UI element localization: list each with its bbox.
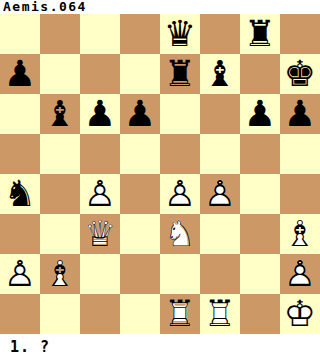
square-c5[interactable]: [80, 134, 120, 174]
square-c1[interactable]: [80, 294, 120, 334]
piece-outline: ♙: [0, 254, 40, 294]
piece-white-rook: ♜♖: [200, 294, 240, 334]
square-d2[interactable]: [120, 254, 160, 294]
piece-white-knight: ♞♘: [160, 214, 200, 254]
piece-white-pawn: ♟♙: [80, 174, 120, 214]
square-b5[interactable]: [40, 134, 80, 174]
square-h5[interactable]: [280, 134, 320, 174]
square-h6[interactable]: ♟: [280, 94, 320, 134]
move-prompt: 1. ?: [0, 334, 320, 360]
square-d8[interactable]: [120, 14, 160, 54]
square-a1[interactable]: [0, 294, 40, 334]
square-c3[interactable]: ♛♕: [80, 214, 120, 254]
piece-black-knight: ♞: [0, 174, 40, 214]
square-e3[interactable]: ♞♘: [160, 214, 200, 254]
square-b2[interactable]: ♝♗: [40, 254, 80, 294]
piece-glyph: ♟: [80, 94, 120, 134]
square-d1[interactable]: [120, 294, 160, 334]
piece-glyph: ♟: [120, 94, 160, 134]
piece-outline: ♘: [160, 214, 200, 254]
square-f6[interactable]: [200, 94, 240, 134]
piece-black-pawn: ♟: [120, 94, 160, 134]
piece-black-bishop: ♝: [200, 54, 240, 94]
piece-outline: ♔: [280, 294, 320, 334]
piece-outline: ♙: [160, 174, 200, 214]
piece-black-queen: ♛: [160, 14, 200, 54]
piece-glyph: ♝: [40, 94, 80, 134]
square-f7[interactable]: ♝: [200, 54, 240, 94]
piece-glyph: ♛: [160, 14, 200, 54]
piece-black-rook: ♜: [160, 54, 200, 94]
piece-black-pawn: ♟: [0, 54, 40, 94]
piece-black-pawn: ♟: [240, 94, 280, 134]
square-c6[interactable]: ♟: [80, 94, 120, 134]
diagram-title: Aemis.064: [0, 0, 320, 14]
square-g7[interactable]: [240, 54, 280, 94]
square-e8[interactable]: ♛: [160, 14, 200, 54]
piece-outline: ♗: [40, 254, 80, 294]
square-a6[interactable]: [0, 94, 40, 134]
square-c8[interactable]: [80, 14, 120, 54]
square-h7[interactable]: ♚: [280, 54, 320, 94]
square-d5[interactable]: [120, 134, 160, 174]
square-f4[interactable]: ♟♙: [200, 174, 240, 214]
square-b4[interactable]: [40, 174, 80, 214]
square-a4[interactable]: ♞: [0, 174, 40, 214]
square-b8[interactable]: [40, 14, 80, 54]
square-f5[interactable]: [200, 134, 240, 174]
square-c7[interactable]: [80, 54, 120, 94]
piece-white-pawn: ♟♙: [200, 174, 240, 214]
piece-glyph: ♞: [0, 174, 40, 214]
piece-white-bishop: ♝♗: [280, 214, 320, 254]
square-g5[interactable]: [240, 134, 280, 174]
square-h3[interactable]: ♝♗: [280, 214, 320, 254]
square-b1[interactable]: [40, 294, 80, 334]
piece-black-pawn: ♟: [80, 94, 120, 134]
square-b6[interactable]: ♝: [40, 94, 80, 134]
piece-outline: ♗: [280, 214, 320, 254]
piece-white-queen: ♛♕: [80, 214, 120, 254]
piece-white-rook: ♜♖: [160, 294, 200, 334]
square-g4[interactable]: [240, 174, 280, 214]
piece-white-king: ♚♔: [280, 294, 320, 334]
chess-board: ♛♜♟♜♝♚♝♟♟♟♟♞♟♙♟♙♟♙♛♕♞♘♝♗♟♙♝♗♟♙♜♖♜♖♚♔: [0, 14, 320, 334]
piece-outline: ♖: [200, 294, 240, 334]
square-d7[interactable]: [120, 54, 160, 94]
square-e4[interactable]: ♟♙: [160, 174, 200, 214]
square-d3[interactable]: [120, 214, 160, 254]
square-g8[interactable]: ♜: [240, 14, 280, 54]
square-h1[interactable]: ♚♔: [280, 294, 320, 334]
piece-black-king: ♚: [280, 54, 320, 94]
square-h2[interactable]: ♟♙: [280, 254, 320, 294]
square-f2[interactable]: [200, 254, 240, 294]
piece-outline: ♕: [80, 214, 120, 254]
piece-outline: ♙: [200, 174, 240, 214]
square-e2[interactable]: [160, 254, 200, 294]
square-a8[interactable]: [0, 14, 40, 54]
piece-glyph: ♟: [240, 94, 280, 134]
square-g2[interactable]: [240, 254, 280, 294]
square-e6[interactable]: [160, 94, 200, 134]
square-d4[interactable]: [120, 174, 160, 214]
piece-outline: ♖: [160, 294, 200, 334]
piece-glyph: ♟: [280, 94, 320, 134]
piece-glyph: ♜: [240, 14, 280, 54]
square-g3[interactable]: [240, 214, 280, 254]
square-h4[interactable]: [280, 174, 320, 214]
square-g1[interactable]: [240, 294, 280, 334]
chess-diagram-page: Aemis.064 ♛♜♟♜♝♚♝♟♟♟♟♞♟♙♟♙♟♙♛♕♞♘♝♗♟♙♝♗♟♙…: [0, 0, 320, 360]
square-f3[interactable]: [200, 214, 240, 254]
square-a2[interactable]: ♟♙: [0, 254, 40, 294]
piece-white-bishop: ♝♗: [40, 254, 80, 294]
piece-white-pawn: ♟♙: [280, 254, 320, 294]
piece-glyph: ♚: [280, 54, 320, 94]
square-c4[interactable]: ♟♙: [80, 174, 120, 214]
square-g6[interactable]: ♟: [240, 94, 280, 134]
piece-black-rook: ♜: [240, 14, 280, 54]
square-h8[interactable]: [280, 14, 320, 54]
piece-black-pawn: ♟: [280, 94, 320, 134]
square-a7[interactable]: ♟: [0, 54, 40, 94]
square-e7[interactable]: ♜: [160, 54, 200, 94]
square-b3[interactable]: [40, 214, 80, 254]
square-b7[interactable]: [40, 54, 80, 94]
piece-glyph: ♟: [0, 54, 40, 94]
piece-glyph: ♜: [160, 54, 200, 94]
square-a3[interactable]: [0, 214, 40, 254]
piece-black-bishop: ♝: [40, 94, 80, 134]
square-a5[interactable]: [0, 134, 40, 174]
piece-white-pawn: ♟♙: [0, 254, 40, 294]
square-f8[interactable]: [200, 14, 240, 54]
square-d6[interactable]: ♟: [120, 94, 160, 134]
piece-glyph: ♝: [200, 54, 240, 94]
square-f1[interactable]: ♜♖: [200, 294, 240, 334]
piece-outline: ♙: [280, 254, 320, 294]
square-e5[interactable]: [160, 134, 200, 174]
square-c2[interactable]: [80, 254, 120, 294]
piece-outline: ♙: [80, 174, 120, 214]
piece-white-pawn: ♟♙: [160, 174, 200, 214]
square-e1[interactable]: ♜♖: [160, 294, 200, 334]
